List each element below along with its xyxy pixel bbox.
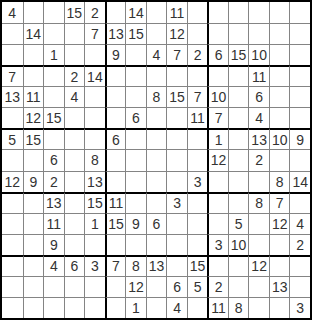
cell-r9c15[interactable]: 14 [289, 171, 310, 192]
cell-r6c2[interactable]: 12 [23, 107, 44, 128]
cell-r12c12[interactable]: 10 [228, 234, 249, 255]
cell-r13c9[interactable] [166, 255, 187, 276]
cell-r9c1[interactable]: 12 [2, 171, 23, 192]
cell-r6c4[interactable] [64, 107, 85, 128]
cell-r15c13[interactable] [248, 297, 269, 318]
cell-r7c10[interactable] [187, 128, 208, 149]
cell-r13c12[interactable] [228, 255, 249, 276]
cell-r10c3[interactable]: 13 [43, 192, 64, 213]
cell-r14c11[interactable]: 2 [207, 276, 228, 297]
cell-r12c3[interactable]: 9 [43, 234, 64, 255]
cell-r9c2[interactable]: 9 [23, 171, 44, 192]
cell-r10c6[interactable]: 11 [105, 192, 126, 213]
cell-r5c10[interactable]: 7 [187, 86, 208, 107]
cell-r1c10[interactable] [187, 2, 208, 23]
cell-r10c2[interactable] [23, 192, 44, 213]
cell-r10c12[interactable] [228, 192, 249, 213]
cell-r12c10[interactable] [187, 234, 208, 255]
cell-r5c7[interactable] [125, 86, 146, 107]
cell-r7c12[interactable] [228, 128, 249, 149]
cell-r10c7[interactable] [125, 192, 146, 213]
cell-r1c4[interactable]: 15 [64, 2, 85, 23]
cell-r6c15[interactable] [289, 107, 310, 128]
cell-r2c9[interactable]: 12 [166, 23, 187, 44]
cell-r5c8[interactable]: 8 [146, 86, 167, 107]
cell-r8c3[interactable]: 6 [43, 149, 64, 170]
cell-r14c12[interactable] [228, 276, 249, 297]
cell-r14c6[interactable] [105, 276, 126, 297]
cell-r6c9[interactable] [166, 107, 187, 128]
cell-r10c15[interactable] [289, 192, 310, 213]
cell-r1c9[interactable]: 11 [166, 2, 187, 23]
cell-r14c14[interactable]: 13 [269, 276, 290, 297]
cell-r12c5[interactable] [84, 234, 105, 255]
cell-r4c12[interactable] [228, 65, 249, 86]
cell-r10c11[interactable] [207, 192, 228, 213]
cell-r12c2[interactable] [23, 234, 44, 255]
cell-r15c14[interactable] [269, 297, 290, 318]
cell-r12c15[interactable]: 2 [289, 234, 310, 255]
cell-r5c2[interactable]: 11 [23, 86, 44, 107]
cell-r10c13[interactable]: 8 [248, 192, 269, 213]
cell-r8c12[interactable] [228, 149, 249, 170]
cell-r15c2[interactable] [23, 297, 44, 318]
cell-r2c1[interactable] [2, 23, 23, 44]
cell-r8c13[interactable]: 2 [248, 149, 269, 170]
cell-r8c7[interactable] [125, 149, 146, 170]
cell-r14c3[interactable] [43, 276, 64, 297]
sudoku-board: 4152141114713151219472615107214111311481… [0, 0, 312, 320]
cell-r12c13[interactable] [248, 234, 269, 255]
cell-r6c13[interactable]: 4 [248, 107, 269, 128]
cell-r7c1[interactable]: 5 [2, 128, 23, 149]
cell-r9c3[interactable]: 2 [43, 171, 64, 192]
cell-r9c6[interactable] [105, 171, 126, 192]
cell-r4c7[interactable] [125, 65, 146, 86]
cell-r14c4[interactable] [64, 276, 85, 297]
cell-r13c6[interactable]: 7 [105, 255, 126, 276]
cell-r10c1[interactable] [2, 192, 23, 213]
cell-r11c13[interactable] [248, 213, 269, 234]
cell-r15c1[interactable] [2, 297, 23, 318]
cell-r8c4[interactable] [64, 149, 85, 170]
cell-r4c8[interactable] [146, 65, 167, 86]
cell-r11c15[interactable]: 4 [289, 213, 310, 234]
cell-r4c1[interactable]: 7 [2, 65, 23, 86]
cell-r10c8[interactable] [146, 192, 167, 213]
cell-r13c13[interactable]: 12 [248, 255, 269, 276]
cell-r3c14[interactable] [269, 44, 290, 65]
cell-r15c12[interactable]: 8 [228, 297, 249, 318]
cell-r9c9[interactable] [166, 171, 187, 192]
cell-r6c5[interactable] [84, 107, 105, 128]
cell-r10c4[interactable] [64, 192, 85, 213]
cell-r2c12[interactable] [228, 23, 249, 44]
cell-r2c4[interactable] [64, 23, 85, 44]
cell-r4c2[interactable] [23, 65, 44, 86]
cell-r4c10[interactable] [187, 65, 208, 86]
cell-r7c2[interactable]: 15 [23, 128, 44, 149]
cell-r12c8[interactable] [146, 234, 167, 255]
cell-r11c9[interactable] [166, 213, 187, 234]
cell-r15c5[interactable] [84, 297, 105, 318]
cell-r4c13[interactable]: 11 [248, 65, 269, 86]
cell-r1c13[interactable] [248, 2, 269, 23]
cell-r4c3[interactable] [43, 65, 64, 86]
cell-r14c2[interactable] [23, 276, 44, 297]
cell-r12c6[interactable] [105, 234, 126, 255]
cell-r1c8[interactable] [146, 2, 167, 23]
cell-r14c10[interactable]: 5 [187, 276, 208, 297]
cell-r11c7[interactable]: 9 [125, 213, 146, 234]
cell-r15c3[interactable] [43, 297, 64, 318]
cell-r6c7[interactable]: 6 [125, 107, 146, 128]
cell-r3c8[interactable]: 4 [146, 44, 167, 65]
cell-r1c14[interactable] [269, 2, 290, 23]
cell-r6c1[interactable] [2, 107, 23, 128]
cell-r5c5[interactable] [84, 86, 105, 107]
cell-r11c1[interactable] [2, 213, 23, 234]
cell-r8c6[interactable] [105, 149, 126, 170]
cell-r3c12[interactable]: 15 [228, 44, 249, 65]
cell-r4c5[interactable]: 14 [84, 65, 105, 86]
cell-r6c8[interactable] [146, 107, 167, 128]
cell-r11c5[interactable]: 1 [84, 213, 105, 234]
cell-r6c6[interactable] [105, 107, 126, 128]
cell-r8c9[interactable] [166, 149, 187, 170]
cell-r2c2[interactable]: 14 [23, 23, 44, 44]
cell-r3c9[interactable]: 7 [166, 44, 187, 65]
cell-r7c4[interactable] [64, 128, 85, 149]
cell-r7c14[interactable]: 10 [269, 128, 290, 149]
cell-r3c4[interactable] [64, 44, 85, 65]
cell-r7c6[interactable]: 6 [105, 128, 126, 149]
cell-r13c3[interactable]: 4 [43, 255, 64, 276]
cell-r12c9[interactable] [166, 234, 187, 255]
cell-r2c14[interactable] [269, 23, 290, 44]
cell-r7c11[interactable]: 1 [207, 128, 228, 149]
cell-r5c14[interactable] [269, 86, 290, 107]
cell-r9c13[interactable] [248, 171, 269, 192]
cell-r1c11[interactable] [207, 2, 228, 23]
cell-r5c13[interactable]: 6 [248, 86, 269, 107]
cell-r1c2[interactable] [23, 2, 44, 23]
cell-r6c14[interactable] [269, 107, 290, 128]
cell-r11c3[interactable]: 11 [43, 213, 64, 234]
cell-r4c14[interactable] [269, 65, 290, 86]
cell-r14c7[interactable]: 12 [125, 276, 146, 297]
cell-r14c13[interactable] [248, 276, 269, 297]
cell-r9c14[interactable]: 8 [269, 171, 290, 192]
cell-r15c7[interactable]: 1 [125, 297, 146, 318]
cell-r2c8[interactable] [146, 23, 167, 44]
cell-r10c9[interactable]: 3 [166, 192, 187, 213]
cell-r2c7[interactable]: 15 [125, 23, 146, 44]
cell-r7c13[interactable]: 13 [248, 128, 269, 149]
cell-r10c14[interactable]: 7 [269, 192, 290, 213]
cell-r14c15[interactable] [289, 276, 310, 297]
cell-r3c11[interactable]: 6 [207, 44, 228, 65]
cell-r8c10[interactable] [187, 149, 208, 170]
cell-r1c12[interactable] [228, 2, 249, 23]
cell-r14c1[interactable] [2, 276, 23, 297]
cell-r7c15[interactable]: 9 [289, 128, 310, 149]
cell-r5c15[interactable] [289, 86, 310, 107]
cell-r4c15[interactable] [289, 65, 310, 86]
cell-r5c11[interactable]: 10 [207, 86, 228, 107]
cell-r5c1[interactable]: 13 [2, 86, 23, 107]
cell-r1c15[interactable] [289, 2, 310, 23]
cell-r6c3[interactable]: 15 [43, 107, 64, 128]
cell-r6c10[interactable]: 11 [187, 107, 208, 128]
cell-r7c9[interactable] [166, 128, 187, 149]
cell-r11c8[interactable]: 6 [146, 213, 167, 234]
cell-r15c4[interactable] [64, 297, 85, 318]
cell-r1c7[interactable]: 14 [125, 2, 146, 23]
cell-r14c9[interactable]: 6 [166, 276, 187, 297]
cell-r8c11[interactable]: 12 [207, 149, 228, 170]
cell-r2c6[interactable]: 13 [105, 23, 126, 44]
cell-r3c3[interactable]: 1 [43, 44, 64, 65]
cell-r4c9[interactable] [166, 65, 187, 86]
cell-r13c1[interactable] [2, 255, 23, 276]
cell-r2c10[interactable] [187, 23, 208, 44]
cell-r3c7[interactable] [125, 44, 146, 65]
cell-r1c3[interactable] [43, 2, 64, 23]
cell-r11c14[interactable]: 12 [269, 213, 290, 234]
cell-r3c6[interactable]: 9 [105, 44, 126, 65]
cell-r7c8[interactable] [146, 128, 167, 149]
cell-r11c2[interactable] [23, 213, 44, 234]
cell-r5c3[interactable] [43, 86, 64, 107]
cell-r9c4[interactable] [64, 171, 85, 192]
cell-r12c4[interactable] [64, 234, 85, 255]
cell-r2c13[interactable] [248, 23, 269, 44]
cell-r13c10[interactable]: 15 [187, 255, 208, 276]
cell-r6c11[interactable]: 7 [207, 107, 228, 128]
cell-r11c4[interactable] [64, 213, 85, 234]
cell-r2c11[interactable] [207, 23, 228, 44]
cell-r12c7[interactable] [125, 234, 146, 255]
cell-r9c11[interactable] [207, 171, 228, 192]
cell-r2c15[interactable] [289, 23, 310, 44]
cell-r1c5[interactable]: 2 [84, 2, 105, 23]
cell-r4c4[interactable]: 2 [64, 65, 85, 86]
cell-r6c12[interactable] [228, 107, 249, 128]
cell-r13c7[interactable]: 8 [125, 255, 146, 276]
cell-r13c11[interactable] [207, 255, 228, 276]
cell-r11c6[interactable]: 15 [105, 213, 126, 234]
cell-r2c5[interactable]: 7 [84, 23, 105, 44]
cell-r13c2[interactable] [23, 255, 44, 276]
cell-r3c2[interactable] [23, 44, 44, 65]
cell-r13c8[interactable]: 13 [146, 255, 167, 276]
cell-r15c6[interactable] [105, 297, 126, 318]
cell-r15c11[interactable]: 11 [207, 297, 228, 318]
cell-r11c12[interactable]: 5 [228, 213, 249, 234]
cell-r9c8[interactable] [146, 171, 167, 192]
cell-r8c8[interactable] [146, 149, 167, 170]
cell-r13c15[interactable] [289, 255, 310, 276]
cell-r15c8[interactable] [146, 297, 167, 318]
cell-r3c13[interactable]: 10 [248, 44, 269, 65]
cell-r12c1[interactable] [2, 234, 23, 255]
cell-r15c9[interactable]: 4 [166, 297, 187, 318]
cell-r12c11[interactable]: 3 [207, 234, 228, 255]
cell-r3c10[interactable]: 2 [187, 44, 208, 65]
cell-r5c6[interactable] [105, 86, 126, 107]
cell-r15c10[interactable] [187, 297, 208, 318]
cell-r8c5[interactable]: 8 [84, 149, 105, 170]
cell-r4c11[interactable] [207, 65, 228, 86]
cell-r10c5[interactable]: 15 [84, 192, 105, 213]
cell-r8c1[interactable] [2, 149, 23, 170]
cell-r9c10[interactable]: 3 [187, 171, 208, 192]
cell-r4c6[interactable] [105, 65, 126, 86]
cell-r1c6[interactable] [105, 2, 126, 23]
cell-r14c5[interactable] [84, 276, 105, 297]
cell-r12c14[interactable] [269, 234, 290, 255]
cell-r8c15[interactable] [289, 149, 310, 170]
cell-r3c1[interactable] [2, 44, 23, 65]
cell-r15c15[interactable]: 3 [289, 297, 310, 318]
cell-r11c10[interactable] [187, 213, 208, 234]
cell-r7c7[interactable] [125, 128, 146, 149]
cell-r11c11[interactable] [207, 213, 228, 234]
cell-r1c1[interactable]: 4 [2, 2, 23, 23]
cell-r8c14[interactable] [269, 149, 290, 170]
cell-r9c5[interactable]: 13 [84, 171, 105, 192]
cell-r7c3[interactable] [43, 128, 64, 149]
cell-r10c10[interactable] [187, 192, 208, 213]
cell-r2c3[interactable] [43, 23, 64, 44]
cell-r14c8[interactable] [146, 276, 167, 297]
cell-r13c4[interactable]: 6 [64, 255, 85, 276]
cell-r9c7[interactable] [125, 171, 146, 192]
cell-r9c12[interactable] [228, 171, 249, 192]
cell-r13c14[interactable] [269, 255, 290, 276]
cell-r13c5[interactable]: 3 [84, 255, 105, 276]
cell-r5c4[interactable]: 4 [64, 86, 85, 107]
cell-r8c2[interactable] [23, 149, 44, 170]
cell-r3c5[interactable] [84, 44, 105, 65]
cell-r5c12[interactable] [228, 86, 249, 107]
cell-r7c5[interactable] [84, 128, 105, 149]
cell-r5c9[interactable]: 15 [166, 86, 187, 107]
cell-r3c15[interactable] [289, 44, 310, 65]
